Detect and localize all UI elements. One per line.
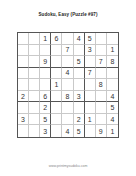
cell-r3c6[interactable]: 5 [74,56,85,68]
cell-r2c5[interactable]: 7 [62,45,73,57]
cell-r9c9[interactable]: 1 [107,125,118,137]
cell-r8c7[interactable]: 1 [85,114,96,126]
cell-r8c8[interactable] [96,114,107,126]
cell-r2c1[interactable] [18,45,29,57]
cell-r6c9[interactable]: 4 [107,91,118,103]
cell-r8c4[interactable] [51,114,62,126]
cell-r1c1[interactable] [18,33,29,45]
cell-r7c4[interactable] [51,102,62,114]
cell-r5c5[interactable] [62,79,73,91]
cell-r9c3[interactable]: 3 [40,125,51,137]
cell-r7c5[interactable] [62,102,73,114]
cell-r1c7[interactable]: 5 [85,33,96,45]
sudoku-page: Sudoku, Easy (Puzzle #97) 16457319578471… [0,0,136,176]
cell-r1c6[interactable]: 4 [74,33,85,45]
cell-r3c4[interactable] [51,56,62,68]
cell-r2c2[interactable] [29,45,40,57]
cell-r4c4[interactable] [51,68,62,80]
cell-r1c8[interactable] [96,33,107,45]
cell-r7c8[interactable] [96,102,107,114]
cell-r9c4[interactable] [51,125,62,137]
cell-r7c3[interactable]: 2 [40,102,51,114]
cell-r5c3[interactable] [40,79,51,91]
cell-r7c9[interactable]: 5 [107,102,118,114]
cell-r5c7[interactable] [85,79,96,91]
cell-r7c7[interactable] [85,102,96,114]
cell-r5c2[interactable] [29,79,40,91]
cell-r3c3[interactable]: 9 [40,56,51,68]
cell-r9c7[interactable] [85,125,96,137]
cell-r7c2[interactable] [29,102,40,114]
cell-r1c3[interactable]: 1 [40,33,51,45]
cell-r1c9[interactable] [107,33,118,45]
cell-r5c9[interactable] [107,79,118,91]
page-title: Sudoku, Easy (Puzzle #97) [0,12,136,17]
cell-r6c4[interactable] [51,91,62,103]
cell-r9c5[interactable]: 4 [62,125,73,137]
cell-r3c9[interactable]: 8 [107,56,118,68]
cell-r9c1[interactable] [18,125,29,137]
sudoku-board: 16457319578471826834253521434591 [17,32,119,138]
cell-r8c5[interactable] [62,114,73,126]
cell-r5c1[interactable] [18,79,29,91]
cell-r4c8[interactable] [96,68,107,80]
cell-r6c2[interactable] [29,91,40,103]
cell-r5c4[interactable]: 1 [51,79,62,91]
cell-r6c3[interactable]: 6 [40,91,51,103]
cell-r2c8[interactable] [96,45,107,57]
cell-r2c6[interactable] [74,45,85,57]
cell-r2c9[interactable]: 1 [107,45,118,57]
cell-r8c2[interactable] [29,114,40,126]
cell-r5c6[interactable] [74,79,85,91]
cell-r6c6[interactable]: 3 [74,91,85,103]
cell-r7c6[interactable] [74,102,85,114]
cell-r1c5[interactable] [62,33,73,45]
cell-r3c7[interactable] [85,56,96,68]
cell-r3c1[interactable] [18,56,29,68]
cell-r3c2[interactable] [29,56,40,68]
cell-r6c7[interactable] [85,91,96,103]
cell-r9c2[interactable] [29,125,40,137]
cell-r4c7[interactable]: 7 [85,68,96,80]
cell-r6c1[interactable]: 2 [18,91,29,103]
cell-r8c9[interactable]: 4 [107,114,118,126]
cell-r5c8[interactable]: 8 [96,79,107,91]
cell-r4c2[interactable] [29,68,40,80]
cell-r2c3[interactable] [40,45,51,57]
cell-r9c8[interactable]: 9 [96,125,107,137]
cell-r4c6[interactable] [74,68,85,80]
cell-r3c8[interactable]: 7 [96,56,107,68]
cell-r9c6[interactable]: 5 [74,125,85,137]
cell-r4c9[interactable] [107,68,118,80]
cell-r4c1[interactable] [18,68,29,80]
cell-r4c3[interactable] [40,68,51,80]
cell-r4c5[interactable]: 4 [62,68,73,80]
cell-r7c1[interactable] [18,102,29,114]
footer-url: www.printmysudoku.com [0,164,136,168]
cell-r8c3[interactable]: 5 [40,114,51,126]
cell-r2c4[interactable] [51,45,62,57]
cell-r1c4[interactable]: 6 [51,33,62,45]
cell-r2c7[interactable]: 3 [85,45,96,57]
cell-r3c5[interactable] [62,56,73,68]
cell-r6c8[interactable] [96,91,107,103]
cell-r6c5[interactable]: 8 [62,91,73,103]
cell-r8c6[interactable]: 2 [74,114,85,126]
cell-r8c1[interactable]: 3 [18,114,29,126]
cell-r1c2[interactable] [29,33,40,45]
